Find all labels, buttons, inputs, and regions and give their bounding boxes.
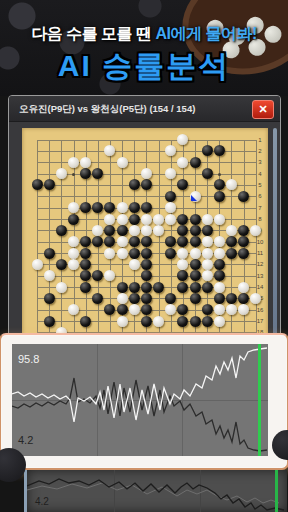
black-stone [141,293,152,304]
black-stone [104,225,115,236]
black-stone [177,270,188,281]
white-stone [141,225,152,236]
black-stone [214,293,225,304]
white-stone [190,248,201,259]
white-stone [32,259,43,270]
winrate-curves [12,344,268,456]
winrate-window: 95.8 4.2 [0,333,288,470]
black-stone [44,179,55,190]
black-stone [92,202,103,213]
black-winrate-value: 4.2 [18,434,33,446]
white-winrate-value: 95.8 [18,353,39,365]
black-stone [44,316,55,327]
black-stone [202,225,213,236]
white-stone [56,282,67,293]
white-stone [202,248,213,259]
white-stone [56,168,67,179]
black-stone [202,304,213,315]
black-stone [202,316,213,327]
white-stone [68,202,79,213]
white-stone [68,259,79,270]
black-stone [141,270,152,281]
black-stone [68,214,79,225]
black-stone [80,259,91,270]
black-stone [226,293,237,304]
coord-label: 13 [254,273,266,279]
white-stone [117,248,128,259]
black-stone [56,259,67,270]
black-stone [129,293,140,304]
white-stone-last-move [190,191,201,202]
black-stone [56,225,67,236]
white-stone [165,145,176,156]
black-stone [129,236,140,247]
white-stone [129,304,140,315]
black-stone [165,236,176,247]
coord-label: 11 [254,250,266,256]
black-stone [141,202,152,213]
grid-line [49,140,50,345]
banner-tagline: 다음 수를 모를 땐 AI에게 물어봐! [0,24,288,45]
black-stone [190,293,201,304]
white-stone [177,157,188,168]
black-stone [80,248,91,259]
white-stone [202,236,213,247]
white-stone [104,214,115,225]
white-stone [214,282,225,293]
star-point [218,173,221,176]
black-stone [141,304,152,315]
black-stone [190,214,201,225]
white-stone [177,259,188,270]
black-stone [238,236,249,247]
black-stone [214,179,225,190]
white-stone [250,225,261,236]
white-stone [129,259,140,270]
coord-label: 12 [254,261,266,267]
white-stone [165,202,176,213]
coord-label: 1 [254,137,266,143]
coord-label: 3 [254,159,266,165]
black-stone [92,270,103,281]
black-stone [141,236,152,247]
white-stone [214,248,225,259]
black-stone [190,157,201,168]
white-stone [226,179,237,190]
grid-line [37,140,38,345]
black-stone [177,214,188,225]
white-stone [117,157,128,168]
black-stone [32,179,43,190]
white-stone [250,293,261,304]
black-stone [190,236,201,247]
black-stone [202,168,213,179]
coord-label: 8 [254,216,266,222]
white-stone [129,225,140,236]
background-curves [27,470,287,512]
white-stone [165,214,176,225]
black-stone [190,316,201,327]
black-stone [80,270,91,281]
bg-current-move-marker [275,470,278,512]
black-stone [117,225,128,236]
black-stone [141,259,152,270]
black-stone [165,248,176,259]
black-stone [80,282,91,293]
close-icon[interactable]: ✕ [252,100,274,119]
white-stone [202,270,213,281]
coord-label: 10 [254,239,266,245]
game-window: 오유진(P9단) vs 왕천싱(P5단) (154 / 154) ✕ 12345… [8,95,281,360]
coord-label: 7 [254,205,266,211]
white-stone [68,248,79,259]
black-stone [226,248,237,259]
black-stone [129,282,140,293]
white-stone [104,145,115,156]
black-stone [177,304,188,315]
black-stone [190,259,201,270]
white-stone [177,248,188,259]
black-stone [214,259,225,270]
black-stone [214,191,225,202]
white-stone [214,304,225,315]
black-stone [214,145,225,156]
white-stone [141,214,152,225]
black-stone [92,293,103,304]
black-stone [80,316,91,327]
black-stone [141,282,152,293]
background-chart: 4.2 [24,470,287,512]
black-stone [44,293,55,304]
coord-label: 4 [254,171,266,177]
black-stone [153,282,164,293]
black-stone [165,293,176,304]
black-stone [238,293,249,304]
black-stone [104,236,115,247]
white-stone [226,304,237,315]
black-stone [141,179,152,190]
black-stone [190,282,201,293]
winrate-chart[interactable]: 95.8 4.2 [12,344,268,456]
black-stone [141,248,152,259]
white-stone [68,304,79,315]
black-stone [177,236,188,247]
window-titlebar[interactable]: 오유진(P9단) vs 왕천싱(P5단) (154 / 154) ✕ [9,96,280,122]
white-stone [226,225,237,236]
coord-label: 5 [254,182,266,188]
black-stone [129,248,140,259]
coord-label: 17 [254,318,266,324]
white-stone [117,214,128,225]
window-title: 오유진(P9단) vs 왕천싱(P5단) (154 / 154) [19,96,195,121]
white-stone [214,236,225,247]
black-stone [117,304,128,315]
coord-label: 6 [254,193,266,199]
black-stone [238,248,249,259]
black-stone [177,179,188,190]
white-stone [202,259,213,270]
tagline-blue: AI에게 물어봐! [156,25,257,42]
white-stone [214,316,225,327]
coord-label: 14 [254,284,266,290]
white-stone [117,316,128,327]
coord-label: 16 [254,307,266,313]
black-stone [129,179,140,190]
board-scrollbar[interactable] [273,128,277,352]
banner-title: AI 승률분석 [0,46,288,87]
black-stone [92,236,103,247]
black-stone [80,168,91,179]
white-stone [177,134,188,145]
white-stone [117,236,128,247]
white-stone [238,282,249,293]
white-stone [44,270,55,281]
black-stone [80,202,91,213]
promo-banner: 다음 수를 모를 땐 AI에게 물어봐! AI 승률분석 [0,0,288,96]
white-stone [104,248,115,259]
white-stone [165,304,176,315]
black-stone [226,236,237,247]
white-stone [104,270,115,281]
black-stone [104,202,115,213]
black-stone [129,214,140,225]
black-stone [44,248,55,259]
black-stone [177,316,188,327]
black-stone [238,191,249,202]
white-stone [92,225,103,236]
black-stone [238,225,249,236]
black-stone [177,225,188,236]
white-stone [68,157,79,168]
white-stone [214,214,225,225]
black-stone [190,270,201,281]
white-stone [165,168,176,179]
white-stone [153,214,164,225]
white-stone [117,202,128,213]
last-move-triangle-icon [191,195,197,201]
white-stone [153,225,164,236]
go-board[interactable]: 12345678910111213141516171819 [22,128,268,352]
white-stone [117,293,128,304]
current-move-marker [258,344,261,456]
black-stone [202,145,213,156]
white-stone [80,157,91,168]
white-stone [153,316,164,327]
black-stone [190,225,201,236]
black-stone [177,282,188,293]
black-stone [92,168,103,179]
black-stone [129,202,140,213]
black-stone [104,304,115,315]
black-stone [117,282,128,293]
black-stone [165,191,176,202]
black-stone [214,270,225,281]
grid-line [159,140,160,345]
white-stone [238,304,249,315]
white-stone [141,168,152,179]
black-stone [141,316,152,327]
black-stone [202,282,213,293]
bg-chart-value: 4.2 [35,496,49,507]
white-stone [68,236,79,247]
coord-label: 2 [254,148,266,154]
white-stone [202,214,213,225]
black-stone [80,236,91,247]
tagline-white: 다음 수를 모를 땐 [31,25,155,42]
